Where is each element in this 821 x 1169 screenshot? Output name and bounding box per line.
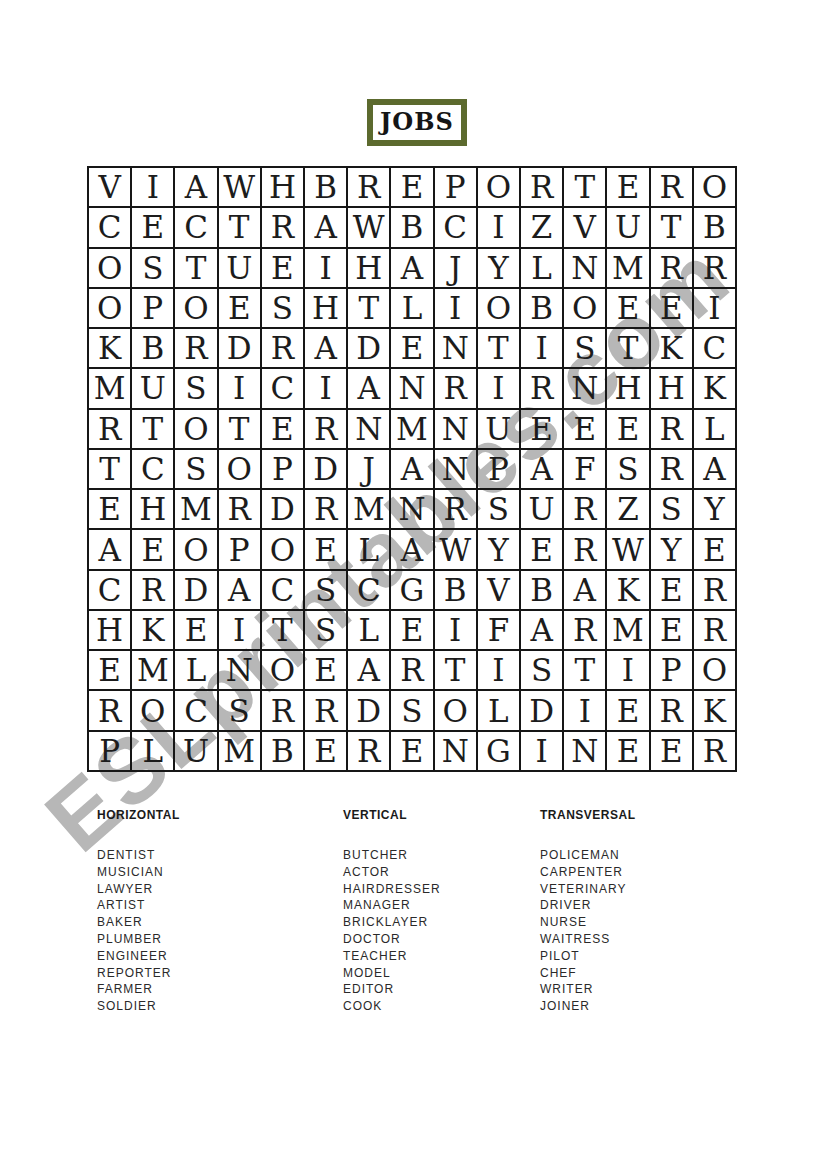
word-list-column-vertical: VERTICAL BUTCHERACTORHAIRDRESSERMANAGERB… — [343, 808, 441, 1015]
grid-cell[interactable]: R — [563, 529, 606, 569]
grid-cell[interactable]: T — [650, 207, 693, 247]
grid-cell[interactable]: L — [477, 690, 520, 730]
worksheet-page: ESLprintables.com JOBS VIAWHBREPORTEROCE… — [0, 0, 821, 1169]
grid-cell[interactable]: K — [693, 368, 736, 408]
grid-cell[interactable]: H — [131, 489, 174, 529]
grid-cell[interactable]: N — [434, 409, 477, 449]
grid-cell[interactable]: C — [88, 207, 131, 247]
word-item: NURSE — [540, 914, 636, 931]
word-item: COOK — [343, 998, 441, 1015]
grid-cell[interactable]: O — [218, 449, 261, 489]
grid-cell[interactable]: H — [261, 167, 304, 207]
grid-cell[interactable]: A — [390, 529, 433, 569]
grid-cell[interactable]: A — [520, 449, 563, 489]
grid-cell[interactable]: O — [477, 288, 520, 328]
grid-cell[interactable]: K — [693, 690, 736, 730]
grid-cell[interactable]: R — [693, 731, 736, 771]
grid-cell[interactable]: H — [88, 610, 131, 650]
grid-cell[interactable]: N — [434, 328, 477, 368]
grid-cell[interactable]: S — [477, 489, 520, 529]
grid-cell[interactable]: A — [563, 570, 606, 610]
grid-cell[interactable]: C — [88, 570, 131, 610]
grid-cell[interactable]: O — [174, 529, 217, 569]
grid-cell[interactable]: L — [174, 650, 217, 690]
grid-cell[interactable]: T — [563, 650, 606, 690]
grid-cell[interactable]: M — [347, 489, 390, 529]
grid-cell[interactable]: L — [693, 409, 736, 449]
grid-cell[interactable]: S — [650, 489, 693, 529]
grid-cell[interactable]: T — [477, 328, 520, 368]
word-item: MUSICIAN — [97, 864, 180, 881]
grid-cell[interactable]: O — [261, 650, 304, 690]
grid-cell[interactable]: E — [88, 650, 131, 690]
grid-cell[interactable]: W — [434, 529, 477, 569]
grid-cell[interactable]: D — [218, 328, 261, 368]
word-item: REPORTER — [97, 965, 180, 982]
grid-cell[interactable]: A — [347, 368, 390, 408]
word-item: POLICEMAN — [540, 847, 636, 864]
grid-cell[interactable]: N — [434, 449, 477, 489]
grid-cell[interactable]: N — [563, 248, 606, 288]
grid-cell[interactable]: E — [606, 731, 649, 771]
grid-cell[interactable]: R — [304, 690, 347, 730]
grid-cell[interactable]: F — [477, 610, 520, 650]
word-item: FARMER — [97, 981, 180, 998]
grid-cell[interactable]: A — [390, 248, 433, 288]
grid-cell[interactable]: C — [174, 690, 217, 730]
grid-cell[interactable]: Y — [693, 489, 736, 529]
grid-cell[interactable]: G — [390, 570, 433, 610]
grid-cell[interactable]: R — [390, 650, 433, 690]
grid-cell[interactable]: E — [650, 731, 693, 771]
grid-cell[interactable]: W — [218, 167, 261, 207]
grid-cell[interactable]: I — [131, 167, 174, 207]
grid-cell[interactable]: C — [174, 207, 217, 247]
grid-cell[interactable]: R — [261, 690, 304, 730]
word-item: WRITER — [540, 981, 636, 998]
grid-cell[interactable]: J — [434, 248, 477, 288]
grid-cell[interactable]: B — [131, 328, 174, 368]
grid-cell[interactable]: R — [693, 570, 736, 610]
grid-cell[interactable]: E — [304, 529, 347, 569]
grid-cell[interactable]: R — [563, 489, 606, 529]
grid-cell[interactable]: O — [434, 690, 477, 730]
grid-cell[interactable]: N — [347, 409, 390, 449]
grid-cell[interactable]: O — [174, 288, 217, 328]
grid-cell[interactable]: T — [563, 167, 606, 207]
word-list: BUTCHERACTORHAIRDRESSERMANAGERBRICKLAYER… — [343, 847, 441, 1015]
grid-cell[interactable]: D — [520, 690, 563, 730]
grid-cell[interactable]: T — [606, 328, 649, 368]
grid-cell[interactable]: T — [174, 248, 217, 288]
grid-cell[interactable]: D — [347, 690, 390, 730]
word-list-column-transversal: TRANSVERSAL POLICEMANCARPENTERVETERINARY… — [540, 808, 636, 1015]
word-item: DENTIST — [97, 847, 180, 864]
grid-cell[interactable]: O — [131, 690, 174, 730]
grid-cell[interactable]: U — [477, 409, 520, 449]
grid-cell[interactable]: I — [520, 731, 563, 771]
grid-cell[interactable]: O — [261, 529, 304, 569]
word-item: WAITRESS — [540, 931, 636, 948]
grid-cell[interactable]: C — [261, 570, 304, 610]
grid-cell[interactable]: L — [347, 529, 390, 569]
grid-cell[interactable]: U — [606, 207, 649, 247]
grid-cell[interactable]: A — [304, 207, 347, 247]
grid-cell[interactable]: H — [347, 248, 390, 288]
grid-cell[interactable]: E — [693, 529, 736, 569]
grid-cell[interactable]: R — [693, 248, 736, 288]
grid-cell[interactable]: R — [520, 167, 563, 207]
grid-cell[interactable]: E — [563, 409, 606, 449]
grid-cell[interactable]: T — [261, 610, 304, 650]
puzzle-title-box: JOBS — [367, 99, 467, 146]
word-list-heading: VERTICAL — [343, 808, 441, 822]
grid-cell[interactable]: W — [606, 529, 649, 569]
word-item: BUTCHER — [343, 847, 441, 864]
grid-cell[interactable]: A — [520, 610, 563, 650]
grid-cell[interactable]: A — [347, 650, 390, 690]
grid-cell[interactable]: A — [88, 529, 131, 569]
grid-cell[interactable]: R — [131, 570, 174, 610]
grid-cell[interactable]: G — [477, 731, 520, 771]
grid-cell[interactable]: I — [218, 368, 261, 408]
grid-cell[interactable]: I — [520, 328, 563, 368]
grid-cell[interactable]: E — [390, 731, 433, 771]
grid-cell[interactable]: R — [174, 328, 217, 368]
word-item: BRICKLAYER — [343, 914, 441, 931]
grid-cell[interactable]: R — [650, 690, 693, 730]
grid-cell[interactable]: S — [261, 288, 304, 328]
word-list-heading: HORIZONTAL — [97, 808, 180, 822]
grid-cell[interactable]: R — [304, 489, 347, 529]
grid-cell[interactable]: U — [131, 368, 174, 408]
grid-cell[interactable]: V — [563, 207, 606, 247]
grid-cell[interactable]: S — [174, 368, 217, 408]
grid-cell[interactable]: N — [390, 489, 433, 529]
grid-cell[interactable]: L — [390, 288, 433, 328]
grid-cell[interactable]: R — [434, 489, 477, 529]
grid-cell[interactable]: T — [218, 207, 261, 247]
word-item: CARPENTER — [540, 864, 636, 881]
grid-cell[interactable]: T — [88, 449, 131, 489]
word-item: HAIRDRESSER — [343, 881, 441, 898]
grid-cell[interactable]: M — [174, 489, 217, 529]
grid-cell[interactable]: E — [650, 610, 693, 650]
word-item: PLUMBER — [97, 931, 180, 948]
grid-cell[interactable]: R — [650, 409, 693, 449]
grid-cell[interactable]: E — [261, 409, 304, 449]
grid-cell[interactable]: E — [390, 328, 433, 368]
word-item: DOCTOR — [343, 931, 441, 948]
grid-cell[interactable]: P — [88, 731, 131, 771]
grid-cell[interactable]: R — [650, 449, 693, 489]
grid-cell[interactable]: T — [218, 409, 261, 449]
grid-cell[interactable]: R — [650, 248, 693, 288]
grid-cell[interactable]: S — [218, 690, 261, 730]
word-item: ARTIST — [97, 897, 180, 914]
grid-cell[interactable]: R — [434, 368, 477, 408]
grid-cell[interactable]: A — [218, 570, 261, 610]
grid-cell[interactable]: R — [650, 167, 693, 207]
grid-cell[interactable]: Y — [477, 248, 520, 288]
grid-cell[interactable]: I — [434, 288, 477, 328]
puzzle-title: JOBS — [380, 107, 454, 136]
grid-cell[interactable]: P — [650, 650, 693, 690]
grid-cell[interactable]: R — [304, 409, 347, 449]
grid-cell[interactable]: J — [347, 449, 390, 489]
grid-cell[interactable]: U — [174, 731, 217, 771]
grid-cell[interactable]: I — [477, 207, 520, 247]
grid-cell[interactable]: E — [304, 650, 347, 690]
word-item: TEACHER — [343, 948, 441, 965]
grid-cell[interactable]: B — [390, 207, 433, 247]
grid-cell[interactable]: Z — [606, 489, 649, 529]
grid-cell[interactable]: S — [304, 610, 347, 650]
grid-cell[interactable]: L — [131, 731, 174, 771]
word-list-heading: TRANSVERSAL — [540, 808, 636, 822]
grid-cell[interactable]: E — [606, 409, 649, 449]
word-item: DRIVER — [540, 897, 636, 914]
grid-cell[interactable]: I — [304, 248, 347, 288]
grid-cell[interactable]: B — [261, 731, 304, 771]
grid-cell[interactable]: T — [131, 409, 174, 449]
grid-cell[interactable]: I — [606, 650, 649, 690]
grid-cell[interactable]: N — [434, 731, 477, 771]
grid-cell[interactable]: O — [693, 167, 736, 207]
grid-cell[interactable]: O — [88, 248, 131, 288]
grid-cell[interactable]: C — [261, 368, 304, 408]
grid-cell[interactable]: M — [131, 650, 174, 690]
grid-cell[interactable]: K — [650, 328, 693, 368]
grid-cell[interactable]: M — [218, 731, 261, 771]
grid-cell[interactable]: Y — [650, 529, 693, 569]
grid-cell[interactable]: E — [606, 167, 649, 207]
grid-cell[interactable]: S — [606, 449, 649, 489]
grid-cell[interactable]: S — [520, 650, 563, 690]
grid-cell[interactable]: S — [563, 328, 606, 368]
grid-cell[interactable]: R — [88, 690, 131, 730]
grid-cell[interactable]: N — [390, 368, 433, 408]
grid-cell[interactable]: E — [131, 207, 174, 247]
grid-cell[interactable]: E — [304, 731, 347, 771]
grid-cell[interactable]: I — [434, 610, 477, 650]
grid-cell[interactable]: L — [520, 248, 563, 288]
grid-cell[interactable]: N — [218, 650, 261, 690]
grid-cell[interactable]: D — [261, 489, 304, 529]
grid-cell[interactable]: D — [347, 328, 390, 368]
grid-cell[interactable]: R — [261, 328, 304, 368]
grid-cell[interactable]: Y — [477, 529, 520, 569]
grid-cell[interactable]: S — [174, 449, 217, 489]
grid-cell[interactable]: S — [131, 248, 174, 288]
grid-cell[interactable]: R — [693, 610, 736, 650]
grid-cell[interactable]: C — [434, 207, 477, 247]
word-item: ENGINEER — [97, 948, 180, 965]
grid-cell[interactable]: S — [390, 690, 433, 730]
word-search-grid: VIAWHBREPORTEROCECTRAWBCIZVUTBOSTUEIHAJY… — [87, 166, 737, 772]
grid-cell[interactable]: R — [563, 610, 606, 650]
grid-cell[interactable]: E — [390, 167, 433, 207]
grid-cell[interactable]: M — [606, 610, 649, 650]
word-list: POLICEMANCARPENTERVETERINARYDRIVERNURSEW… — [540, 847, 636, 1015]
grid-cell[interactable]: F — [563, 449, 606, 489]
grid-cell[interactable]: O — [88, 288, 131, 328]
grid-cell[interactable]: I — [693, 288, 736, 328]
grid-cell[interactable]: C — [693, 328, 736, 368]
grid-cell[interactable]: B — [520, 570, 563, 610]
grid-cell[interactable]: M — [88, 368, 131, 408]
grid-cell[interactable]: H — [304, 288, 347, 328]
grid-cell[interactable]: T — [347, 288, 390, 328]
grid-cell[interactable]: B — [434, 570, 477, 610]
grid-cell[interactable]: P — [218, 529, 261, 569]
word-item: MODEL — [343, 965, 441, 982]
word-item: BAKER — [97, 914, 180, 931]
grid-cell[interactable]: A — [693, 449, 736, 489]
word-item: JOINER — [540, 998, 636, 1015]
grid-cell[interactable]: H — [650, 368, 693, 408]
grid-cell[interactable]: E — [520, 529, 563, 569]
grid-cell[interactable]: P — [261, 449, 304, 489]
grid-cell[interactable]: D — [174, 570, 217, 610]
grid-cell[interactable]: V — [88, 167, 131, 207]
grid-cell[interactable]: P — [434, 167, 477, 207]
word-item: MANAGER — [343, 897, 441, 914]
grid-cell[interactable]: E — [390, 610, 433, 650]
grid-cell[interactable]: C — [347, 570, 390, 610]
grid-cell[interactable]: U — [520, 489, 563, 529]
grid-cell[interactable]: M — [390, 409, 433, 449]
grid-cell[interactable]: T — [434, 650, 477, 690]
word-item: SOLDIER — [97, 998, 180, 1015]
grid-cell[interactable]: I — [218, 610, 261, 650]
grid-cell[interactable]: E — [88, 489, 131, 529]
grid-cell[interactable]: O — [477, 167, 520, 207]
grid-cell[interactable]: W — [347, 207, 390, 247]
grid-cell[interactable]: I — [477, 650, 520, 690]
word-item: CHEF — [540, 965, 636, 982]
grid-cell[interactable]: K — [131, 610, 174, 650]
grid-cell[interactable]: E — [520, 409, 563, 449]
grid-cell[interactable]: H — [606, 368, 649, 408]
grid-cell[interactable]: N — [563, 368, 606, 408]
grid-cell[interactable]: O — [693, 650, 736, 690]
grid-cell[interactable]: R — [88, 409, 131, 449]
word-list-column-horizontal: HORIZONTAL DENTISTMUSICIANLAWYERARTISTBA… — [97, 808, 180, 1015]
grid-cell[interactable]: N — [563, 731, 606, 771]
word-item: ACTOR — [343, 864, 441, 881]
grid-cell[interactable]: E — [174, 610, 217, 650]
grid-cell[interactable]: Z — [520, 207, 563, 247]
grid-cell[interactable]: I — [563, 690, 606, 730]
grid-cell[interactable]: B — [693, 207, 736, 247]
grid-cell[interactable]: P — [477, 449, 520, 489]
grid-cell[interactable]: E — [218, 288, 261, 328]
grid-cell[interactable]: K — [88, 328, 131, 368]
grid-cell[interactable]: I — [304, 368, 347, 408]
grid-cell[interactable]: E — [650, 570, 693, 610]
word-item: EDITOR — [343, 981, 441, 998]
grid-cell[interactable]: M — [606, 248, 649, 288]
grid-cell[interactable]: L — [347, 610, 390, 650]
grid-cell[interactable]: I — [477, 368, 520, 408]
grid-cell[interactable]: O — [174, 409, 217, 449]
word-item: VETERINARY — [540, 881, 636, 898]
grid-cell[interactable]: S — [304, 570, 347, 610]
grid-cell[interactable]: B — [520, 288, 563, 328]
grid-cell[interactable]: R — [218, 489, 261, 529]
grid-cell[interactable]: E — [606, 690, 649, 730]
grid-cell[interactable]: O — [563, 288, 606, 328]
grid-cell[interactable]: V — [477, 570, 520, 610]
grid-cell[interactable]: B — [304, 167, 347, 207]
grid-cell[interactable]: R — [261, 207, 304, 247]
grid-cell[interactable]: A — [304, 328, 347, 368]
grid-cell[interactable]: E — [650, 288, 693, 328]
grid-cell[interactable]: R — [347, 167, 390, 207]
word-list: DENTISTMUSICIANLAWYERARTISTBAKERPLUMBERE… — [97, 847, 180, 1015]
grid-cell[interactable]: D — [304, 449, 347, 489]
word-item: LAWYER — [97, 881, 180, 898]
grid-cell[interactable]: A — [174, 167, 217, 207]
grid-cell[interactable]: E — [261, 248, 304, 288]
grid-cell[interactable]: E — [606, 288, 649, 328]
grid-cell[interactable]: R — [520, 368, 563, 408]
grid-cell[interactable]: R — [347, 731, 390, 771]
grid-cell[interactable]: A — [390, 449, 433, 489]
word-item: PILOT — [540, 948, 636, 965]
grid-cell[interactable]: K — [606, 570, 649, 610]
grid-cell[interactable]: P — [131, 288, 174, 328]
grid-cell[interactable]: U — [218, 248, 261, 288]
grid-cell[interactable]: C — [131, 449, 174, 489]
grid-cell[interactable]: E — [131, 529, 174, 569]
